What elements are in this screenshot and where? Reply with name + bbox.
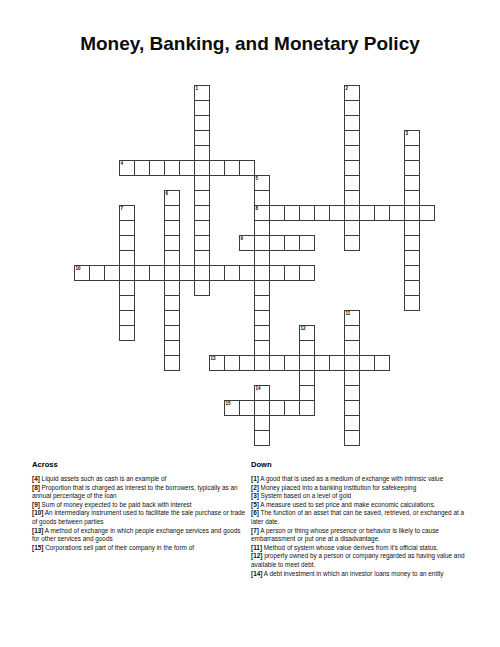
clue-number: 10 [76,266,81,272]
clue-number: 12 [301,326,306,332]
grid-cell [344,160,360,176]
grid-cell [164,340,180,356]
grid-cell [404,160,420,176]
grid-cell [224,160,240,176]
grid-cell [344,145,360,161]
grid-cell [254,400,270,416]
grid-cell [344,355,360,371]
grid-cell [404,220,420,236]
clue-item-number: [14] [251,570,262,577]
grid-cell [344,205,360,221]
grid-cell: 6 [164,190,180,206]
grid-cell [164,295,180,311]
clue-number: 4 [121,161,124,167]
clue-number: 9 [241,236,244,242]
grid-cell [269,265,285,281]
grid-cell [194,280,210,296]
grid-cell [119,280,135,296]
grid-cell: 4 [119,160,135,176]
grid-cell [239,400,255,416]
grid-cell [239,160,255,176]
clue-number: 3 [406,131,409,137]
clue-item: [10] An intermediary instrument used to … [32,509,246,526]
grid-cell [329,205,345,221]
grid-cell [119,235,135,251]
grid-cell [119,250,135,266]
clue-number: 1 [196,86,199,92]
clue-item: [13] A method of exchange in which peopl… [32,527,246,544]
grid-cell: 10 [74,265,90,281]
grid-cell [254,310,270,326]
grid-cell [194,220,210,236]
grid-cell [404,190,420,206]
grid-cell [254,190,270,206]
grid-cell [329,355,345,371]
grid-cell [284,400,300,416]
puzzle-title: Money, Banking, and Monetary Policy [0,33,500,55]
grid-cell [344,190,360,206]
clue-item: [9] Sum of money expected to be paid bac… [32,501,246,510]
grid-cell [404,265,420,281]
grid-cell [164,220,180,236]
grid-cell [164,250,180,266]
grid-cell [344,235,360,251]
grid-cell [269,400,285,416]
clue-number: 15 [226,401,231,407]
grid-cell [119,220,135,236]
grid-cell [254,295,270,311]
grid-cell [164,265,180,281]
grid-cell [164,160,180,176]
grid-cell: 2 [344,85,360,101]
grid-cell [149,160,165,176]
clue-item-number: [12] [251,552,262,559]
grid-cell: 5 [254,175,270,191]
clue-item-number: [9] [32,501,40,508]
grid-cell: 13 [209,355,225,371]
grid-cell [344,430,360,446]
grid-cell [254,220,270,236]
grid-cell [254,430,270,446]
clue-item: [2] Money placed into a banking institut… [251,484,469,493]
grid-cell [314,355,330,371]
grid-cell: 11 [344,310,360,326]
grid-cell [224,265,240,281]
grid-cell [344,100,360,116]
grid-cell: 3 [404,130,420,146]
grid-cell: 7 [119,205,135,221]
grid-cell [269,235,285,251]
clue-item: [5] A measure used to set price and make… [251,501,469,510]
clue-item: [3] System based on a level of gold [251,492,469,501]
grid-cell [404,235,420,251]
clue-item-number: [5] [251,501,259,508]
grid-cell [284,265,300,281]
across-clues-section: Across [4] Liquid assets such as cash is… [32,460,246,552]
grid-cell [239,265,255,281]
grid-cell [359,205,375,221]
grid-cell [404,175,420,191]
clue-item-number: [8] [32,484,40,491]
crossword-page: Money, Banking, and Monetary Policy 1234… [0,0,500,647]
grid-cell [119,295,135,311]
grid-cell [299,340,315,356]
clue-item-number: [10] [32,509,43,516]
clue-item-number: [11] [251,544,262,551]
grid-cell [344,370,360,386]
clue-number: 5 [256,176,259,182]
grid-cell [344,415,360,431]
down-header: Down [251,460,469,469]
grid-cell [164,235,180,251]
clue-item-number: [4] [32,475,40,482]
grid-cell [404,250,420,266]
grid-cell [404,295,420,311]
grid-cell [179,265,195,281]
grid-cell [404,205,420,221]
grid-cell [374,355,390,371]
grid-cell [299,235,315,251]
clue-item: [11] Method of system whose value derive… [251,544,469,553]
grid-cell [269,355,285,371]
grid-cell [404,280,420,296]
clue-number: 8 [256,206,259,212]
clue-item: [8] Proportion that is charged as intere… [32,484,246,501]
grid-cell [239,355,255,371]
grid-cell [344,130,360,146]
grid-cell [119,310,135,326]
grid-cell [299,400,315,416]
grid-cell [299,355,315,371]
grid-cell [164,280,180,296]
down-clues-list: [1] A good that is used as a medium of e… [251,475,469,578]
grid-cell [344,175,360,191]
grid-cell [254,340,270,356]
clue-item: [1] A good that is used as a medium of e… [251,475,469,484]
grid-cell [254,415,270,431]
grid-cell [119,325,135,341]
clue-item: [14] A debt investment in which an inves… [251,570,469,579]
clue-item-number: [7] [251,527,259,534]
grid-cell [254,325,270,341]
clue-item: [4] Liquid assets such as cash is an exa… [32,475,246,484]
grid-cell [209,160,225,176]
clue-item-number: [2] [251,484,259,491]
grid-cell [194,160,210,176]
clue-item: [12] property owned by a person or compa… [251,552,469,569]
grid-cell [299,370,315,386]
down-clues-section: Down [1] A good that is used as a medium… [251,460,469,578]
grid-cell [314,205,330,221]
grid-cell [284,235,300,251]
clue-number: 2 [346,86,349,92]
across-header: Across [32,460,246,469]
grid-cell [164,205,180,221]
grid-cell: 14 [254,385,270,401]
across-clues-list: [4] Liquid assets such as cash is an exa… [32,475,246,552]
grid-cell [209,265,225,281]
grid-cell [284,355,300,371]
grid-cell [119,265,135,281]
grid-cell [134,265,150,281]
clue-item: [15] Corporations sell part of their com… [32,544,246,553]
grid-cell [194,115,210,131]
grid-cell: 9 [239,235,255,251]
grid-cell [299,265,315,281]
grid-cell [344,325,360,341]
grid-cell [254,250,270,266]
clue-item: [6] The function of an asset that can be… [251,509,469,526]
grid-cell: 1 [194,85,210,101]
grid-cell: 8 [254,205,270,221]
clue-item-number: [3] [251,492,259,499]
grid-cell [344,115,360,131]
grid-cell [254,265,270,281]
grid-cell [254,355,270,371]
grid-cell [194,175,210,191]
grid-cell [344,340,360,356]
clue-number: 11 [346,311,351,317]
grid-cell [194,235,210,251]
grid-cell [164,355,180,371]
grid-cell [194,265,210,281]
grid-cell [419,205,435,221]
grid-cell [194,130,210,146]
clue-item-number: [15] [32,544,43,551]
clue-number: 7 [121,206,124,212]
grid-cell [149,265,165,281]
grid-cell [404,145,420,161]
grid-cell [344,385,360,401]
grid-cell [389,205,405,221]
clue-item-number: [6] [251,509,259,516]
grid-cell [89,265,105,281]
grid-cell [104,265,120,281]
clue-item: [7] A person or thing whose presence or … [251,527,469,544]
clue-number: 14 [256,386,261,392]
grid-cell [269,205,285,221]
grid-cell [194,145,210,161]
grid-cell [194,190,210,206]
grid-cell [134,160,150,176]
grid-cell [194,100,210,116]
grid-cell [224,355,240,371]
clue-number: 6 [166,191,169,197]
grid-cell [194,205,210,221]
grid-cell [164,310,180,326]
grid-cell [344,220,360,236]
grid-cell [344,400,360,416]
grid-cell [254,235,270,251]
grid-cell [299,205,315,221]
grid-cell [284,205,300,221]
clue-item-number: [1] [251,475,259,482]
clue-item-number: [13] [32,527,43,534]
grid-cell [179,160,195,176]
grid-cell: 15 [224,400,240,416]
grid-cell [374,205,390,221]
crossword-grid: 123456789101112131415 [74,85,435,446]
grid-cell [254,280,270,296]
grid-cell [299,385,315,401]
grid-cell [359,355,375,371]
clue-number: 13 [211,356,216,362]
grid-cell [164,325,180,341]
grid-cell [194,250,210,266]
grid-cell: 12 [299,325,315,341]
